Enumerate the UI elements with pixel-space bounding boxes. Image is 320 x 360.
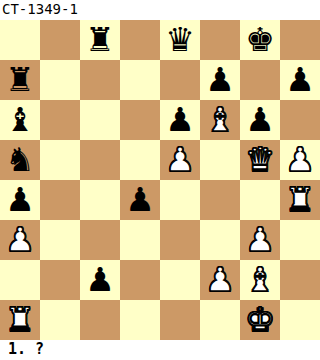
piece-white-queen: ♛ [245,140,275,180]
piece-black-bishop: ♝ [5,100,35,140]
square-d6[interactable] [120,100,160,140]
chess-board: ♜♛♚♜♟♟♝♟♝♟♞♟♛♟♟♟♜♟♟♟♟♝♜♚ [0,20,320,340]
square-a1[interactable]: ♜ [0,300,40,340]
piece-white-rook: ♜ [5,300,35,340]
square-a2[interactable] [0,260,40,300]
square-f5[interactable] [200,140,240,180]
piece-black-rook: ♜ [5,60,35,100]
square-c2[interactable]: ♟ [80,260,120,300]
square-f4[interactable] [200,180,240,220]
square-b7[interactable] [40,60,80,100]
piece-white-pawn: ♟ [5,220,35,260]
piece-black-rook: ♜ [85,20,115,60]
square-f1[interactable] [200,300,240,340]
square-h5[interactable]: ♟ [280,140,320,180]
piece-white-rook: ♜ [285,180,315,220]
square-h7[interactable]: ♟ [280,60,320,100]
piece-black-knight: ♞ [5,140,35,180]
piece-white-pawn: ♟ [205,260,235,300]
square-h3[interactable] [280,220,320,260]
square-g4[interactable] [240,180,280,220]
square-e5[interactable]: ♟ [160,140,200,180]
square-b6[interactable] [40,100,80,140]
move-prompt: 1. ? [0,340,320,360]
square-c4[interactable] [80,180,120,220]
piece-black-pawn: ♟ [205,60,235,100]
square-d5[interactable] [120,140,160,180]
square-g8[interactable]: ♚ [240,20,280,60]
square-f7[interactable]: ♟ [200,60,240,100]
square-d3[interactable] [120,220,160,260]
square-h1[interactable] [280,300,320,340]
square-b3[interactable] [40,220,80,260]
square-h2[interactable] [280,260,320,300]
square-e8[interactable]: ♛ [160,20,200,60]
square-c8[interactable]: ♜ [80,20,120,60]
piece-white-pawn: ♟ [165,140,195,180]
piece-black-pawn: ♟ [5,180,35,220]
square-e3[interactable] [160,220,200,260]
square-g1[interactable]: ♚ [240,300,280,340]
square-a8[interactable] [0,20,40,60]
square-e4[interactable] [160,180,200,220]
piece-white-bishop: ♝ [245,260,275,300]
square-c5[interactable] [80,140,120,180]
square-e1[interactable] [160,300,200,340]
square-d4[interactable]: ♟ [120,180,160,220]
square-g2[interactable]: ♝ [240,260,280,300]
square-e2[interactable] [160,260,200,300]
square-f6[interactable]: ♝ [200,100,240,140]
square-a5[interactable]: ♞ [0,140,40,180]
piece-black-king: ♚ [245,20,275,60]
square-c6[interactable] [80,100,120,140]
square-d1[interactable] [120,300,160,340]
square-a3[interactable]: ♟ [0,220,40,260]
square-e6[interactable]: ♟ [160,100,200,140]
piece-white-pawn: ♟ [285,140,315,180]
square-e7[interactable] [160,60,200,100]
square-d8[interactable] [120,20,160,60]
square-h6[interactable] [280,100,320,140]
square-b8[interactable] [40,20,80,60]
square-d7[interactable] [120,60,160,100]
square-c1[interactable] [80,300,120,340]
square-h8[interactable] [280,20,320,60]
square-b1[interactable] [40,300,80,340]
piece-black-queen: ♛ [165,20,195,60]
square-a7[interactable]: ♜ [0,60,40,100]
piece-black-pawn: ♟ [85,260,115,300]
square-g3[interactable]: ♟ [240,220,280,260]
piece-white-king: ♚ [245,300,275,340]
square-b4[interactable] [40,180,80,220]
square-h4[interactable]: ♜ [280,180,320,220]
square-f2[interactable]: ♟ [200,260,240,300]
puzzle-id: CT-1349-1 [0,0,320,20]
square-g5[interactable]: ♛ [240,140,280,180]
piece-black-pawn: ♟ [165,100,195,140]
square-f3[interactable] [200,220,240,260]
square-f8[interactable] [200,20,240,60]
square-g7[interactable] [240,60,280,100]
square-b2[interactable] [40,260,80,300]
square-c7[interactable] [80,60,120,100]
square-g6[interactable]: ♟ [240,100,280,140]
square-a6[interactable]: ♝ [0,100,40,140]
square-c3[interactable] [80,220,120,260]
piece-black-pawn: ♟ [125,180,155,220]
square-a4[interactable]: ♟ [0,180,40,220]
piece-white-bishop: ♝ [205,100,235,140]
piece-white-pawn: ♟ [245,220,275,260]
piece-black-pawn: ♟ [285,60,315,100]
square-b5[interactable] [40,140,80,180]
square-d2[interactable] [120,260,160,300]
piece-black-pawn: ♟ [245,100,275,140]
